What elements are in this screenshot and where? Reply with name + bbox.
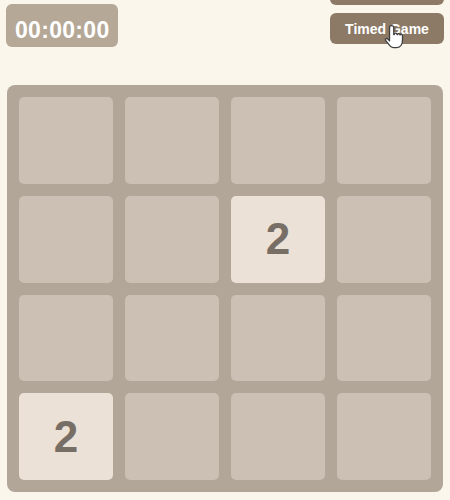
empty-cell (125, 196, 219, 283)
empty-cell (125, 295, 219, 382)
empty-cell (337, 196, 431, 283)
board-grid: 22 (19, 97, 431, 480)
empty-cell (19, 196, 113, 283)
empty-cell (337, 295, 431, 382)
timer-display: 00:00:00 (6, 4, 118, 47)
timer-value: 00:00:00 (15, 19, 109, 42)
empty-cell (231, 97, 325, 184)
empty-cell (337, 97, 431, 184)
empty-cell (231, 393, 325, 480)
timed-game-button[interactable]: Timed Game (330, 13, 444, 44)
empty-cell (19, 97, 113, 184)
tile-2: 2 (19, 393, 113, 480)
empty-cell (19, 295, 113, 382)
empty-cell (125, 97, 219, 184)
game-board[interactable]: 22 (7, 85, 443, 492)
empty-cell (337, 393, 431, 480)
cut-off-top-button[interactable] (330, 0, 444, 5)
empty-cell (231, 295, 325, 382)
tile-2: 2 (231, 196, 325, 283)
timed-game-button-label: Timed Game (345, 21, 429, 37)
empty-cell (125, 393, 219, 480)
